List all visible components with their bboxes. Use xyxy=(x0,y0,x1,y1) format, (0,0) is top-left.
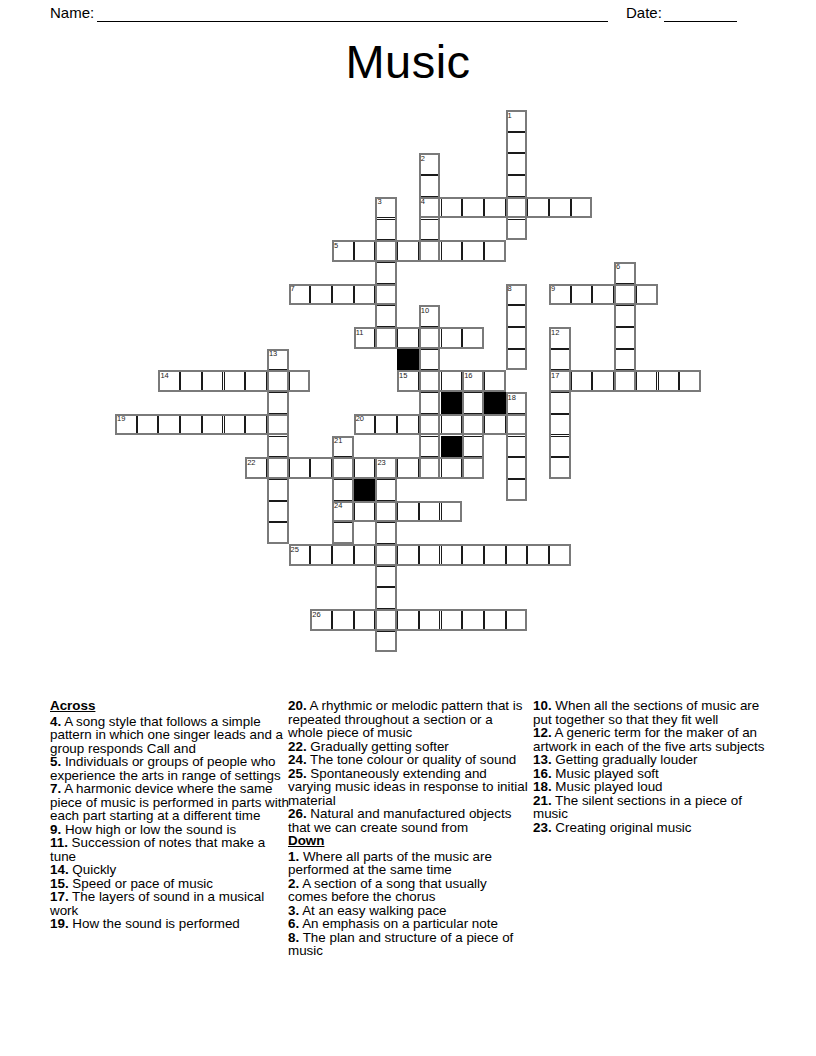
grid-cell[interactable] xyxy=(310,284,332,306)
grid-cell[interactable] xyxy=(441,327,463,349)
grid-cell[interactable] xyxy=(419,197,441,219)
grid-cell[interactable] xyxy=(506,110,528,132)
grid-cell[interactable] xyxy=(180,414,202,436)
grid-cell[interactable] xyxy=(397,457,419,479)
grid-cell[interactable] xyxy=(658,370,680,392)
grid-cell[interactable] xyxy=(614,284,636,306)
grid-cell[interactable] xyxy=(267,479,289,501)
grid-cell[interactable] xyxy=(419,305,441,327)
grid-cell[interactable] xyxy=(549,457,571,479)
grid-cell[interactable] xyxy=(549,414,571,436)
grid-cell[interactable] xyxy=(506,479,528,501)
clue-across-7: 7. A harmonic device where the same piec… xyxy=(50,782,290,823)
grid-cell[interactable] xyxy=(419,153,441,175)
grid-cell[interactable] xyxy=(462,609,484,631)
date-field[interactable] xyxy=(664,21,737,22)
grid-cell[interactable] xyxy=(224,370,246,392)
clue-column-2: 20. A rhythmic or melodic pattern that i… xyxy=(288,699,528,958)
grid-cell[interactable] xyxy=(462,392,484,414)
clue-column-3: 10. When all the sections of music are p… xyxy=(533,699,773,834)
worksheet-page: Name: Date: Music 1234567891011121314151… xyxy=(0,0,816,1056)
clue-down-6: 6. An emphasis on a particular note xyxy=(288,917,528,931)
grid-cell[interactable] xyxy=(614,349,636,371)
grid-cell[interactable] xyxy=(245,457,267,479)
grid-cell[interactable] xyxy=(419,219,441,241)
grid-cell[interactable] xyxy=(375,457,397,479)
grid-cell[interactable] xyxy=(354,609,376,631)
black-cell xyxy=(441,392,463,414)
grid-cell[interactable] xyxy=(441,501,463,523)
grid-cell[interactable] xyxy=(441,609,463,631)
grid-cell[interactable] xyxy=(441,457,463,479)
clue-across-22: 22. Gradually getting softer xyxy=(288,740,528,754)
grid-cell[interactable] xyxy=(506,175,528,197)
grid-cell[interactable] xyxy=(332,544,354,566)
grid-cell[interactable] xyxy=(267,436,289,458)
grid-cell[interactable] xyxy=(354,501,376,523)
grid-cell[interactable] xyxy=(375,522,397,544)
grid-cell[interactable] xyxy=(614,262,636,284)
grid-cell[interactable] xyxy=(202,414,224,436)
grid-cell[interactable] xyxy=(354,544,376,566)
black-cell xyxy=(397,349,419,371)
name-field[interactable] xyxy=(97,21,608,22)
grid-cell[interactable] xyxy=(419,436,441,458)
clue-across-14: 14. Quickly xyxy=(50,863,290,877)
grid-cell[interactable] xyxy=(571,197,593,219)
clues-header-across: Across xyxy=(50,699,290,713)
grid-cell[interactable] xyxy=(506,349,528,371)
grid-cell[interactable] xyxy=(484,240,506,262)
clue-down-8: 8. The plan and structure of a piece of … xyxy=(288,931,528,958)
grid-cell[interactable] xyxy=(462,197,484,219)
grid-cell[interactable] xyxy=(332,522,354,544)
grid-cell[interactable] xyxy=(506,197,528,219)
grid-cell[interactable] xyxy=(332,457,354,479)
grid-cell[interactable] xyxy=(375,197,397,219)
grid-cell[interactable] xyxy=(354,327,376,349)
grid-cell[interactable] xyxy=(549,197,571,219)
clue-down-12: 12. A generic term for the maker of an a… xyxy=(533,726,773,753)
grid-cell[interactable] xyxy=(375,284,397,306)
grid-cell[interactable] xyxy=(375,587,397,609)
grid-cell[interactable] xyxy=(441,197,463,219)
grid-cell[interactable] xyxy=(289,284,311,306)
grid-cell[interactable] xyxy=(267,414,289,436)
clue-across-20: 20. A rhythmic or melodic pattern that i… xyxy=(288,699,528,740)
grid-cell[interactable] xyxy=(636,370,658,392)
crossword-grid: 1234567891011121314151617181920212223242… xyxy=(115,110,702,654)
grid-cell[interactable] xyxy=(332,240,354,262)
grid-cell[interactable] xyxy=(506,609,528,631)
grid-cell[interactable] xyxy=(462,240,484,262)
grid-cell[interactable] xyxy=(506,392,528,414)
clue-across-11: 11. Succession of notes that make a tune xyxy=(50,836,290,863)
grid-cell[interactable] xyxy=(419,240,441,262)
grid-cell[interactable] xyxy=(267,370,289,392)
grid-cell[interactable] xyxy=(267,522,289,544)
grid-cell[interactable] xyxy=(636,284,658,306)
grid-cell[interactable] xyxy=(354,284,376,306)
grid-cell[interactable] xyxy=(267,501,289,523)
grid-cell[interactable] xyxy=(419,544,441,566)
grid-cell[interactable] xyxy=(180,370,202,392)
clue-down-13: 13. Getting gradually louder xyxy=(533,753,773,767)
grid-cell[interactable] xyxy=(332,479,354,501)
grid-cell[interactable] xyxy=(506,153,528,175)
clue-down-16: 16. Music played soft xyxy=(533,767,773,781)
grid-cell[interactable] xyxy=(441,370,463,392)
grid-cell[interactable] xyxy=(267,457,289,479)
grid-cell[interactable] xyxy=(397,327,419,349)
grid-cell[interactable] xyxy=(397,414,419,436)
grid-cell[interactable] xyxy=(462,414,484,436)
grid-cell[interactable] xyxy=(419,175,441,197)
grid-cell[interactable] xyxy=(571,370,593,392)
grid-cell[interactable] xyxy=(375,262,397,284)
clue-down-2: 2. A section of a song that usually come… xyxy=(288,877,528,904)
clue-across-26: 26. Natural and manufactured objects tha… xyxy=(288,807,528,834)
grid-cell[interactable] xyxy=(397,501,419,523)
grid-cell[interactable] xyxy=(592,284,614,306)
date-label: Date: xyxy=(626,4,662,21)
grid-cell[interactable] xyxy=(310,457,332,479)
grid-cell[interactable] xyxy=(419,609,441,631)
grid-cell[interactable] xyxy=(549,327,571,349)
clue-across-5: 5. Individuals or groups of people who e… xyxy=(50,755,290,782)
grid-cell[interactable] xyxy=(115,414,137,436)
grid-cell[interactable] xyxy=(506,327,528,349)
grid-cell[interactable] xyxy=(419,370,441,392)
grid-cell[interactable] xyxy=(375,631,397,653)
grid-cell[interactable] xyxy=(549,436,571,458)
grid-cell[interactable] xyxy=(506,457,528,479)
grid-cell[interactable] xyxy=(484,544,506,566)
grid-cell[interactable] xyxy=(506,219,528,241)
grid-cell[interactable] xyxy=(462,436,484,458)
clue-down-21: 21. The silent sections in a piece of mu… xyxy=(533,794,773,821)
grid-cell[interactable] xyxy=(397,544,419,566)
grid-cell[interactable] xyxy=(289,370,311,392)
grid-cell[interactable] xyxy=(158,370,180,392)
grid-cell[interactable] xyxy=(484,197,506,219)
grid-cell[interactable] xyxy=(137,414,159,436)
grid-cell[interactable] xyxy=(549,544,571,566)
grid-cell[interactable] xyxy=(375,327,397,349)
puzzle-title: Music xyxy=(0,34,816,89)
grid-cell[interactable] xyxy=(310,544,332,566)
grid-cell[interactable] xyxy=(462,327,484,349)
grid-cell[interactable] xyxy=(158,414,180,436)
grid-cell[interactable] xyxy=(375,219,397,241)
grid-cell[interactable] xyxy=(332,501,354,523)
grid-cell[interactable] xyxy=(397,240,419,262)
grid-cell[interactable] xyxy=(245,370,267,392)
grid-cell[interactable] xyxy=(527,197,549,219)
clue-down-1: 1. Where all parts of the music are perf… xyxy=(288,850,528,877)
clue-down-10: 10. When all the sections of music are p… xyxy=(533,699,773,726)
grid-cell[interactable] xyxy=(397,609,419,631)
grid-cell[interactable] xyxy=(614,370,636,392)
grid-cell[interactable] xyxy=(419,349,441,371)
grid-cell[interactable] xyxy=(375,479,397,501)
grid-cell[interactable] xyxy=(506,305,528,327)
grid-cell[interactable] xyxy=(375,566,397,588)
grid-cell[interactable] xyxy=(549,349,571,371)
grid-cell[interactable] xyxy=(375,305,397,327)
clue-across-4: 4. A song style that follows a simple pa… xyxy=(50,715,290,756)
clue-down-23: 23. Creating original music xyxy=(533,821,773,835)
name-label: Name: xyxy=(50,4,94,21)
grid-cell[interactable] xyxy=(614,305,636,327)
grid-cell[interactable] xyxy=(549,392,571,414)
grid-cell[interactable] xyxy=(592,370,614,392)
grid-cell[interactable] xyxy=(354,414,376,436)
grid-cell[interactable] xyxy=(354,457,376,479)
clues-header-down: Down xyxy=(288,834,528,848)
grid-cell[interactable] xyxy=(506,284,528,306)
black-cell xyxy=(441,436,463,458)
grid-cell[interactable] xyxy=(419,392,441,414)
grid-cell[interactable] xyxy=(289,544,311,566)
grid-cell[interactable] xyxy=(484,609,506,631)
grid-cell[interactable] xyxy=(397,370,419,392)
grid-cell[interactable] xyxy=(527,544,549,566)
grid-cell[interactable] xyxy=(267,392,289,414)
clue-across-9: 9. How high or low the sound is xyxy=(50,823,290,837)
grid-cell[interactable] xyxy=(441,240,463,262)
clue-across-24: 24. The tone colour or quality of sound xyxy=(288,753,528,767)
grid-cell[interactable] xyxy=(462,544,484,566)
clue-down-3: 3. At an easy walking pace xyxy=(288,904,528,918)
black-cell xyxy=(484,392,506,414)
grid-cell[interactable] xyxy=(506,414,528,436)
grid-cell[interactable] xyxy=(375,414,397,436)
grid-cell[interactable] xyxy=(484,370,506,392)
grid-cell[interactable] xyxy=(332,436,354,458)
black-cell xyxy=(354,479,376,501)
grid-cell[interactable] xyxy=(571,284,593,306)
grid-cell[interactable] xyxy=(375,501,397,523)
grid-cell[interactable] xyxy=(549,284,571,306)
grid-cell[interactable] xyxy=(267,349,289,371)
grid-cell[interactable] xyxy=(614,327,636,349)
clue-across-25: 25. Spontaneously extending and varying … xyxy=(288,767,528,808)
clue-across-15: 15. Speed or pace of music xyxy=(50,877,290,891)
grid-cell[interactable] xyxy=(419,414,441,436)
grid-cell[interactable] xyxy=(419,501,441,523)
grid-cell[interactable] xyxy=(462,457,484,479)
grid-cell[interactable] xyxy=(506,544,528,566)
grid-cell[interactable] xyxy=(441,414,463,436)
grid-cell[interactable] xyxy=(419,327,441,349)
clue-down-18: 18. Music played loud xyxy=(533,780,773,794)
grid-cell[interactable] xyxy=(679,370,701,392)
grid-cell[interactable] xyxy=(441,544,463,566)
grid-cell[interactable] xyxy=(289,457,311,479)
clue-across-17: 17. The layers of sound in a musical wor… xyxy=(50,890,290,917)
grid-cell[interactable] xyxy=(462,370,484,392)
grid-cell[interactable] xyxy=(332,284,354,306)
clue-column-1: Across4. A song style that follows a sim… xyxy=(50,699,290,931)
grid-cell[interactable] xyxy=(419,457,441,479)
grid-cell[interactable] xyxy=(549,370,571,392)
grid-cell[interactable] xyxy=(202,370,224,392)
grid-cell[interactable] xyxy=(245,414,267,436)
grid-cell[interactable] xyxy=(375,544,397,566)
grid-cell[interactable] xyxy=(375,240,397,262)
grid-cell[interactable] xyxy=(506,436,528,458)
grid-cell[interactable] xyxy=(332,609,354,631)
grid-cell[interactable] xyxy=(224,414,246,436)
grid-cell[interactable] xyxy=(310,609,332,631)
grid-cell[interactable] xyxy=(375,609,397,631)
grid-cell[interactable] xyxy=(506,132,528,154)
grid-cell[interactable] xyxy=(354,240,376,262)
clue-across-19: 19. How the sound is performed xyxy=(50,917,290,931)
grid-cell[interactable] xyxy=(484,414,506,436)
